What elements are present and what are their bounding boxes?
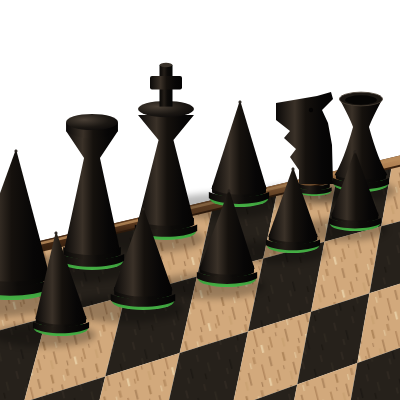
chess-photo-scene — [0, 0, 400, 400]
chess-set-photo — [0, 0, 400, 400]
